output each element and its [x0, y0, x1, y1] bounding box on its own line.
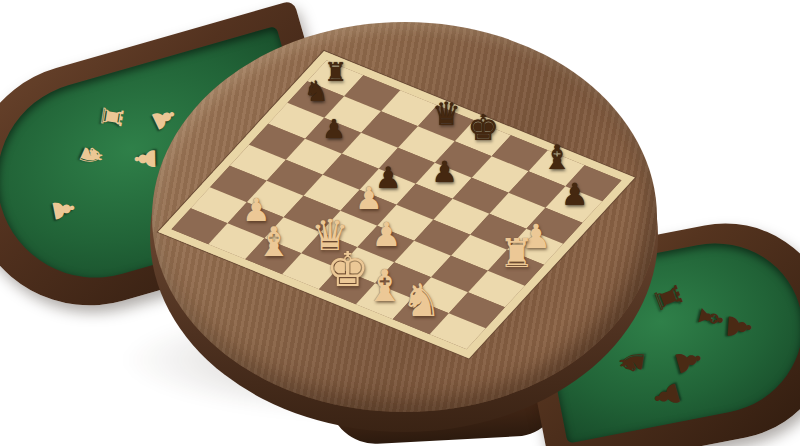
- captured-dark-knight: ♞: [614, 345, 650, 378]
- captured-light-pawn: ♟: [47, 195, 79, 225]
- captured-dark-rook: ♜: [648, 279, 688, 317]
- captured-light-rook: ♜: [95, 102, 127, 131]
- captured-light-pawn: ♟: [146, 101, 182, 136]
- captured-light-pawn: ♟: [132, 146, 160, 172]
- captured-dark-pawn: ♟: [647, 378, 686, 414]
- captured-dark-bishop: ♝: [692, 300, 730, 336]
- captured-dark-pawn: ♟: [722, 311, 756, 342]
- captured-light-knight: ♞: [73, 139, 109, 173]
- captured-dark-pawn: ♟: [669, 343, 708, 379]
